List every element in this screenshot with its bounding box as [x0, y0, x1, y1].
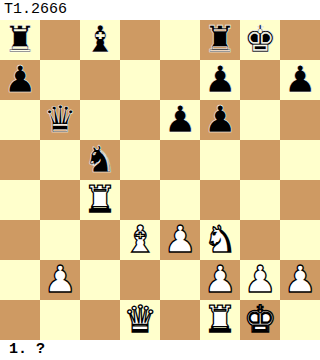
square-g5[interactable] — [240, 140, 280, 180]
move-prompt: 1. ? — [0, 340, 320, 360]
black-pawn-piece[interactable]: ♟ — [283, 60, 316, 100]
square-c8[interactable]: ♝ — [80, 20, 120, 60]
white-knight-piece[interactable]: ♞ — [203, 220, 236, 260]
square-b2[interactable]: ♟ — [40, 260, 80, 300]
square-d8[interactable] — [120, 20, 160, 60]
square-d4[interactable] — [120, 180, 160, 220]
square-a7[interactable]: ♟ — [0, 60, 40, 100]
black-queen-piece[interactable]: ♛ — [43, 100, 76, 140]
square-c6[interactable] — [80, 100, 120, 140]
square-g4[interactable] — [240, 180, 280, 220]
square-b1[interactable] — [40, 300, 80, 340]
square-d5[interactable] — [120, 140, 160, 180]
square-g8[interactable]: ♚ — [240, 20, 280, 60]
square-a6[interactable] — [0, 100, 40, 140]
square-d6[interactable] — [120, 100, 160, 140]
square-g6[interactable] — [240, 100, 280, 140]
white-rook-piece[interactable]: ♜ — [83, 180, 116, 220]
square-c5[interactable]: ♞ — [80, 140, 120, 180]
white-bishop-piece[interactable]: ♝ — [123, 220, 156, 260]
square-a3[interactable] — [0, 220, 40, 260]
square-f3[interactable]: ♞ — [200, 220, 240, 260]
white-pawn-piece[interactable]: ♟ — [163, 220, 196, 260]
white-queen-piece[interactable]: ♛ — [123, 300, 156, 340]
white-king-piece[interactable]: ♚ — [243, 300, 276, 340]
square-b6[interactable]: ♛ — [40, 100, 80, 140]
black-pawn-piece[interactable]: ♟ — [163, 100, 196, 140]
square-d3[interactable]: ♝ — [120, 220, 160, 260]
square-e7[interactable] — [160, 60, 200, 100]
black-pawn-piece[interactable]: ♟ — [203, 100, 236, 140]
black-king-piece[interactable]: ♚ — [243, 20, 276, 60]
square-a2[interactable] — [0, 260, 40, 300]
square-f1[interactable]: ♜ — [200, 300, 240, 340]
square-f4[interactable] — [200, 180, 240, 220]
square-f6[interactable]: ♟ — [200, 100, 240, 140]
square-e3[interactable]: ♟ — [160, 220, 200, 260]
square-e4[interactable] — [160, 180, 200, 220]
square-b3[interactable] — [40, 220, 80, 260]
black-bishop-piece[interactable]: ♝ — [83, 20, 116, 60]
square-h5[interactable] — [280, 140, 320, 180]
square-d1[interactable]: ♛ — [120, 300, 160, 340]
square-a1[interactable] — [0, 300, 40, 340]
white-pawn-piece[interactable]: ♟ — [243, 260, 276, 300]
square-h4[interactable] — [280, 180, 320, 220]
square-b7[interactable] — [40, 60, 80, 100]
white-pawn-piece[interactable]: ♟ — [283, 260, 316, 300]
square-h8[interactable] — [280, 20, 320, 60]
square-c1[interactable] — [80, 300, 120, 340]
black-rook-piece[interactable]: ♜ — [3, 20, 36, 60]
square-c2[interactable] — [80, 260, 120, 300]
square-f2[interactable]: ♟ — [200, 260, 240, 300]
square-h1[interactable] — [280, 300, 320, 340]
square-f7[interactable]: ♟ — [200, 60, 240, 100]
square-a4[interactable] — [0, 180, 40, 220]
square-h6[interactable] — [280, 100, 320, 140]
square-c3[interactable] — [80, 220, 120, 260]
black-rook-piece[interactable]: ♜ — [203, 20, 236, 60]
square-e2[interactable] — [160, 260, 200, 300]
white-pawn-piece[interactable]: ♟ — [43, 260, 76, 300]
black-pawn-piece[interactable]: ♟ — [203, 60, 236, 100]
square-g1[interactable]: ♚ — [240, 300, 280, 340]
square-e1[interactable] — [160, 300, 200, 340]
puzzle-id: T1.2666 — [0, 0, 320, 20]
square-a8[interactable]: ♜ — [0, 20, 40, 60]
black-knight-piece[interactable]: ♞ — [83, 140, 116, 180]
square-h7[interactable]: ♟ — [280, 60, 320, 100]
square-e8[interactable] — [160, 20, 200, 60]
square-f5[interactable] — [200, 140, 240, 180]
square-b8[interactable] — [40, 20, 80, 60]
square-a5[interactable] — [0, 140, 40, 180]
square-h3[interactable] — [280, 220, 320, 260]
square-b5[interactable] — [40, 140, 80, 180]
square-g7[interactable] — [240, 60, 280, 100]
square-b4[interactable] — [40, 180, 80, 220]
square-c7[interactable] — [80, 60, 120, 100]
square-g2[interactable]: ♟ — [240, 260, 280, 300]
square-g3[interactable] — [240, 220, 280, 260]
white-rook-piece[interactable]: ♜ — [203, 300, 236, 340]
white-pawn-piece[interactable]: ♟ — [203, 260, 236, 300]
square-d2[interactable] — [120, 260, 160, 300]
square-e6[interactable]: ♟ — [160, 100, 200, 140]
square-e5[interactable] — [160, 140, 200, 180]
chess-board: ♜♝♜♚♟♟♟♛♟♟♞♜♝♟♞♟♟♟♟♛♜♚ — [0, 20, 320, 340]
square-f8[interactable]: ♜ — [200, 20, 240, 60]
square-c4[interactable]: ♜ — [80, 180, 120, 220]
square-d7[interactable] — [120, 60, 160, 100]
black-pawn-piece[interactable]: ♟ — [3, 60, 36, 100]
square-h2[interactable]: ♟ — [280, 260, 320, 300]
